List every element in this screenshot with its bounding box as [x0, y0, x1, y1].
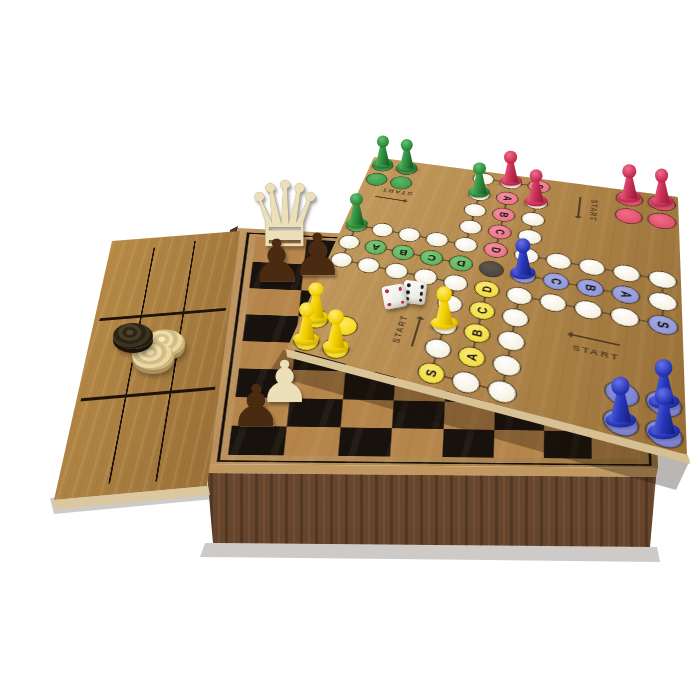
pawn-head	[655, 359, 673, 377]
ludo-pawn-yellow[interactable]	[323, 310, 349, 353]
checker-dark[interactable]	[113, 323, 153, 349]
pawn-head	[401, 139, 413, 151]
pawn-head	[436, 287, 451, 302]
die-pip	[419, 291, 423, 295]
die-pip	[398, 286, 403, 291]
pawn-head	[655, 387, 674, 406]
die-pip	[420, 284, 424, 288]
ludo-pawn-red[interactable]	[618, 165, 641, 203]
die-pip	[418, 298, 422, 302]
pawn-head	[612, 377, 630, 395]
pawn-head	[328, 310, 343, 325]
pawn-head	[529, 169, 542, 182]
pawn-head	[299, 303, 314, 318]
die-pip	[384, 289, 389, 294]
ludo-pawn-blue[interactable]	[605, 377, 636, 428]
ludo-pawn-green[interactable]	[468, 162, 490, 198]
ludo-pawn-blue[interactable]	[510, 238, 535, 279]
ludo-pawn-blue[interactable]	[648, 387, 680, 439]
ludo-pawn-green[interactable]	[345, 193, 367, 229]
ludo-pawn-red[interactable]	[525, 169, 548, 206]
die-pip	[406, 290, 410, 294]
pawn-head	[309, 282, 324, 297]
ludo-pawn-green[interactable]	[396, 139, 417, 172]
ludo-pawn-red[interactable]	[500, 151, 522, 186]
pawn-head	[516, 238, 531, 253]
ludo-pawn-red[interactable]	[650, 168, 674, 206]
ludo-pawn-yellow[interactable]	[293, 303, 319, 345]
pawn-head	[473, 162, 486, 175]
die-pip	[387, 302, 392, 307]
pawn-head	[623, 165, 637, 179]
chess-piece-black-pawn[interactable]: ♟	[230, 377, 282, 435]
chess-piece-black-pawn[interactable]: ♟	[251, 232, 303, 290]
ludo-pawn-yellow[interactable]	[431, 287, 457, 330]
pawn-head	[377, 136, 389, 148]
die-pip	[400, 300, 405, 305]
photo-scene: START START START START SSSSABCDABCDABCD…	[0, 0, 700, 700]
pawn-head	[350, 193, 363, 206]
die-showing-4[interactable]	[381, 283, 408, 310]
pawn-head	[504, 151, 517, 164]
pawn-head	[655, 168, 669, 182]
pieces-layer: ♛♟♟♟♟	[0, 0, 700, 700]
die-pip	[406, 283, 410, 287]
ludo-pawn-green[interactable]	[373, 136, 393, 169]
